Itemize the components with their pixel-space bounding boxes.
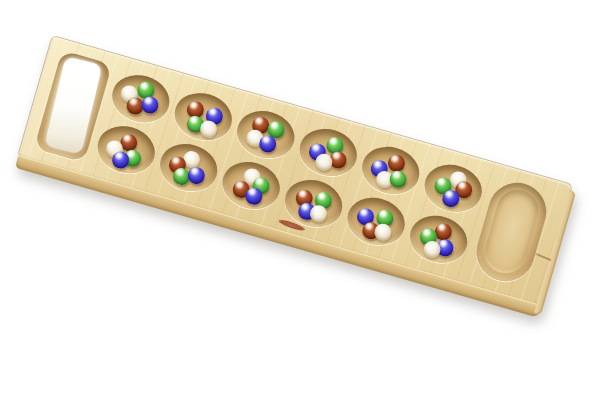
blue-bead [434,237,455,258]
brown-bead [327,149,348,170]
green-bead [122,147,143,168]
clear-bead [198,118,219,139]
green-bead [171,165,192,186]
green-bead [432,175,453,196]
brown-bead [230,178,251,199]
pit-bottom-3[interactable] [217,155,285,215]
blue-bead [185,164,206,185]
store-left-reflection [44,56,102,154]
brown-bead [360,220,381,241]
blue-bead [257,133,278,154]
pit-bottom-6[interactable] [404,209,472,269]
clear-bead [244,127,265,148]
clear-bead [421,238,442,259]
clear-bead [313,151,334,172]
clear-bead [104,138,125,159]
blue-bead [368,158,389,179]
blue-bead [355,206,376,227]
brown-bead [433,221,454,242]
pit-top-5[interactable] [357,140,425,200]
green-bead [250,175,271,196]
pit-bottom-1[interactable] [92,120,160,180]
pit-top-6[interactable] [419,158,487,218]
blue-bead [110,149,131,170]
blue-bead [139,94,160,115]
pit-top-2[interactable] [169,87,237,147]
green-bead [135,79,156,100]
green-bead [387,168,408,189]
pit-top-1[interactable] [107,69,175,129]
pit-top-4[interactable] [294,122,362,182]
green-bead [374,207,395,228]
clear-bead [241,166,262,187]
pits-layer [53,36,572,185]
brown-bead [185,99,206,120]
clear-bead [181,148,202,169]
green-bead [265,119,286,140]
board-shadow-wrapper [0,0,600,400]
blue-bead [440,187,461,208]
clear-bead [374,168,395,189]
store-right-depth [480,185,544,278]
green-bead [324,134,345,155]
brown-bead [453,179,474,200]
blue-bead [243,185,264,206]
clear-bead [118,83,139,104]
brown-bead [124,95,145,116]
pit-bottom-5[interactable] [342,191,410,251]
pit-top-3[interactable] [232,104,300,164]
green-bead [312,189,333,210]
brown-bead [118,131,139,152]
store-right [470,176,553,288]
scene-background [0,0,600,400]
blue-bead [296,200,317,221]
brown-bead [167,154,188,175]
mancala-board [18,36,572,305]
green-bead [418,226,439,247]
clear-bead [308,203,329,224]
blue-bead [203,105,224,126]
brown-bead [293,187,314,208]
brown-bead [386,152,407,173]
brown-bead [250,114,271,135]
clear-bead [447,169,468,190]
pit-bottom-2[interactable] [154,137,222,197]
clear-bead [372,221,393,242]
green-bead [185,113,206,134]
blue-bead [307,141,328,162]
pit-bottom-4[interactable] [279,173,347,233]
